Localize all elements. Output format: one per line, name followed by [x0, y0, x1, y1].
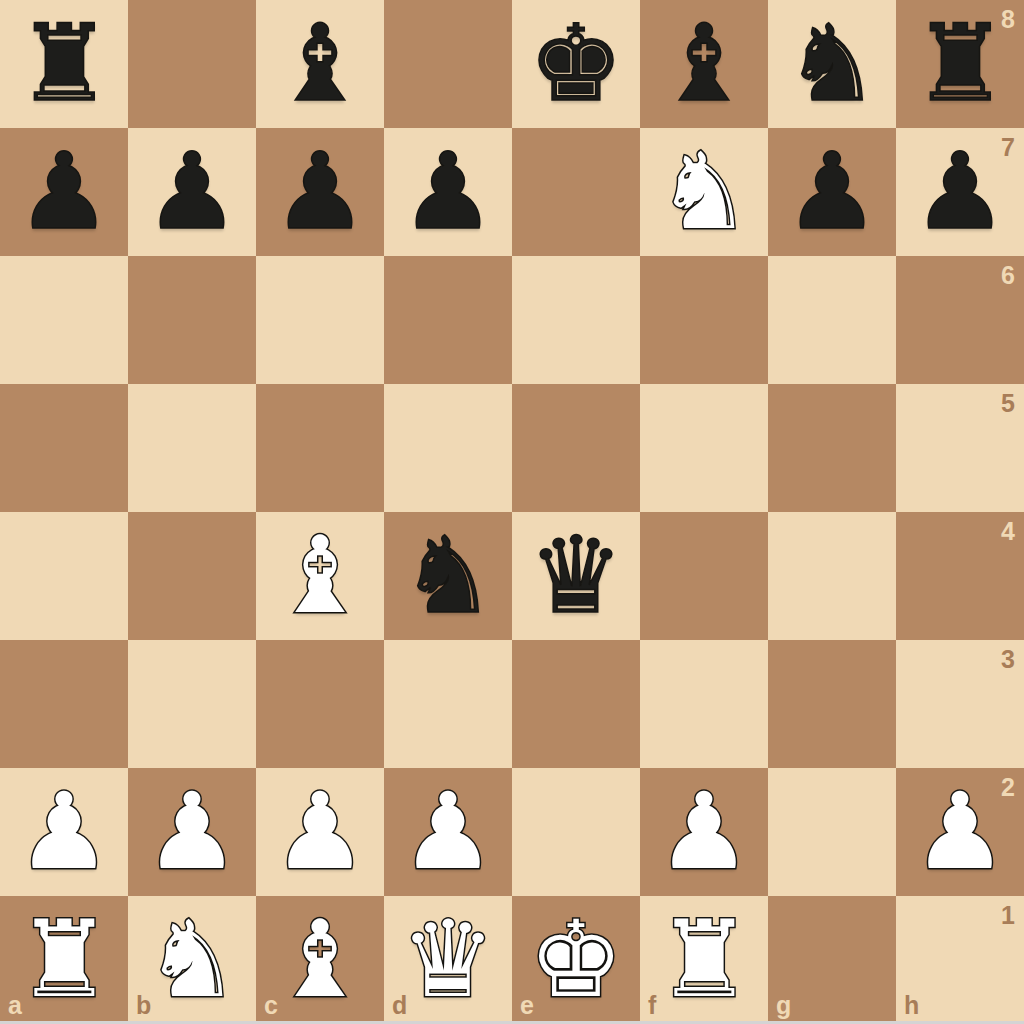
piece-black-bishop-f8[interactable]: ♝	[656, 0, 751, 128]
piece-white-knight-f7[interactable]: ♞	[656, 128, 751, 256]
square-c2[interactable]: ♟	[256, 768, 384, 896]
piece-white-pawn-h2[interactable]: ♟	[912, 768, 1007, 896]
piece-black-pawn-b7[interactable]: ♟	[144, 128, 239, 256]
square-a1[interactable]: a♜	[0, 896, 128, 1024]
piece-white-king-e1[interactable]: ♚	[528, 896, 623, 1024]
piece-white-pawn-c2[interactable]: ♟	[272, 768, 367, 896]
square-h8[interactable]: 8♜	[896, 0, 1024, 128]
piece-black-pawn-a7[interactable]: ♟	[16, 128, 111, 256]
coordinate-file-g: g	[776, 993, 791, 1018]
square-d3[interactable]	[384, 640, 512, 768]
square-c3[interactable]	[256, 640, 384, 768]
piece-white-pawn-d2[interactable]: ♟	[400, 768, 495, 896]
square-h5[interactable]: 5	[896, 384, 1024, 512]
piece-white-pawn-a2[interactable]: ♟	[16, 768, 111, 896]
piece-black-pawn-c7[interactable]: ♟	[272, 128, 367, 256]
square-f8[interactable]: ♝	[640, 0, 768, 128]
square-e4[interactable]: ♛	[512, 512, 640, 640]
square-e2[interactable]	[512, 768, 640, 896]
square-b6[interactable]	[128, 256, 256, 384]
piece-white-bishop-c4[interactable]: ♝	[272, 512, 367, 640]
piece-white-bishop-c1[interactable]: ♝	[272, 896, 367, 1024]
square-f6[interactable]	[640, 256, 768, 384]
piece-black-knight-d4[interactable]: ♞	[400, 512, 495, 640]
piece-white-knight-b1[interactable]: ♞	[144, 896, 239, 1024]
square-d5[interactable]	[384, 384, 512, 512]
square-e7[interactable]	[512, 128, 640, 256]
square-d7[interactable]: ♟	[384, 128, 512, 256]
piece-white-pawn-f2[interactable]: ♟	[656, 768, 751, 896]
piece-white-rook-f1[interactable]: ♜	[656, 896, 751, 1024]
piece-black-bishop-c8[interactable]: ♝	[272, 0, 367, 128]
square-g1[interactable]: g	[768, 896, 896, 1024]
piece-black-rook-a8[interactable]: ♜	[16, 0, 111, 128]
square-a3[interactable]	[0, 640, 128, 768]
square-e1[interactable]: e♚	[512, 896, 640, 1024]
square-g5[interactable]	[768, 384, 896, 512]
square-b8[interactable]	[128, 0, 256, 128]
piece-white-queen-d1[interactable]: ♛	[400, 896, 495, 1024]
piece-black-pawn-d7[interactable]: ♟	[400, 128, 495, 256]
square-e3[interactable]	[512, 640, 640, 768]
piece-black-king-e8[interactable]: ♚	[528, 0, 623, 128]
square-c7[interactable]: ♟	[256, 128, 384, 256]
piece-white-rook-a1[interactable]: ♜	[16, 896, 111, 1024]
square-e8[interactable]: ♚	[512, 0, 640, 128]
square-h7[interactable]: 7♟	[896, 128, 1024, 256]
square-h4[interactable]: 4	[896, 512, 1024, 640]
square-a7[interactable]: ♟	[0, 128, 128, 256]
square-b4[interactable]	[128, 512, 256, 640]
square-d8[interactable]	[384, 0, 512, 128]
coordinate-rank-5: 5	[1001, 391, 1015, 416]
chess-board: ♜♝♚♝♞8♜♟♟♟♟♞♟7♟65♝♞♛43♟♟♟♟♟2♟a♜b♞c♝d♛e♚f…	[0, 0, 1024, 1024]
square-g4[interactable]	[768, 512, 896, 640]
piece-black-pawn-g7[interactable]: ♟	[784, 128, 879, 256]
square-b5[interactable]	[128, 384, 256, 512]
piece-black-queen-e4[interactable]: ♛	[528, 512, 623, 640]
square-d4[interactable]: ♞	[384, 512, 512, 640]
square-f2[interactable]: ♟	[640, 768, 768, 896]
square-h6[interactable]: 6	[896, 256, 1024, 384]
square-c5[interactable]	[256, 384, 384, 512]
square-d6[interactable]	[384, 256, 512, 384]
square-f3[interactable]	[640, 640, 768, 768]
square-d1[interactable]: d♛	[384, 896, 512, 1024]
square-a8[interactable]: ♜	[0, 0, 128, 128]
square-g8[interactable]: ♞	[768, 0, 896, 128]
square-b7[interactable]: ♟	[128, 128, 256, 256]
square-g6[interactable]	[768, 256, 896, 384]
coordinate-rank-1: 1	[1001, 903, 1015, 928]
square-a6[interactable]	[0, 256, 128, 384]
piece-black-pawn-h7[interactable]: ♟	[912, 128, 1007, 256]
square-h1[interactable]: h1	[896, 896, 1024, 1024]
square-g2[interactable]	[768, 768, 896, 896]
square-f5[interactable]	[640, 384, 768, 512]
coordinate-file-f: f	[648, 993, 656, 1018]
coordinate-file-h: h	[904, 993, 919, 1018]
coordinate-rank-3: 3	[1001, 647, 1015, 672]
square-c8[interactable]: ♝	[256, 0, 384, 128]
square-g3[interactable]	[768, 640, 896, 768]
square-d2[interactable]: ♟	[384, 768, 512, 896]
square-h2[interactable]: 2♟	[896, 768, 1024, 896]
square-c6[interactable]	[256, 256, 384, 384]
piece-white-pawn-b2[interactable]: ♟	[144, 768, 239, 896]
square-g7[interactable]: ♟	[768, 128, 896, 256]
square-f7[interactable]: ♞	[640, 128, 768, 256]
square-f4[interactable]	[640, 512, 768, 640]
square-a5[interactable]	[0, 384, 128, 512]
square-c1[interactable]: c♝	[256, 896, 384, 1024]
coordinate-rank-4: 4	[1001, 519, 1015, 544]
piece-black-rook-h8[interactable]: ♜	[912, 0, 1007, 128]
square-a4[interactable]	[0, 512, 128, 640]
square-b3[interactable]	[128, 640, 256, 768]
coordinate-rank-6: 6	[1001, 263, 1015, 288]
square-f1[interactable]: f♜	[640, 896, 768, 1024]
square-h3[interactable]: 3	[896, 640, 1024, 768]
square-b1[interactable]: b♞	[128, 896, 256, 1024]
square-e6[interactable]	[512, 256, 640, 384]
square-c4[interactable]: ♝	[256, 512, 384, 640]
square-b2[interactable]: ♟	[128, 768, 256, 896]
piece-black-knight-g8[interactable]: ♞	[784, 0, 879, 128]
square-e5[interactable]	[512, 384, 640, 512]
square-a2[interactable]: ♟	[0, 768, 128, 896]
chess-board-container: ♜♝♚♝♞8♜♟♟♟♟♞♟7♟65♝♞♛43♟♟♟♟♟2♟a♜b♞c♝d♛e♚f…	[0, 0, 1024, 1024]
